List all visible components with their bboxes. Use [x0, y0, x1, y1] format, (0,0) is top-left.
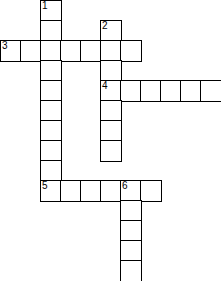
cell-r2c6[interactable] [121, 41, 141, 61]
cell-r4c2[interactable] [41, 81, 61, 101]
cell-r9c6[interactable]: 6 [121, 181, 141, 201]
crossword-page: 123456 [0, 0, 221, 281]
cell-r2c4[interactable] [81, 41, 101, 61]
cell-r4c6[interactable] [121, 81, 141, 101]
cell-r13c6[interactable] [121, 261, 141, 281]
cell-r0c2[interactable]: 1 [41, 1, 61, 21]
cell-r9c7[interactable] [141, 181, 161, 201]
cell-r4c8[interactable] [161, 81, 181, 101]
cell-r1c5[interactable]: 2 [101, 21, 121, 41]
cell-r2c2[interactable] [41, 41, 61, 61]
cell-r4c10[interactable] [201, 81, 221, 101]
cell-r6c5[interactable] [101, 121, 121, 141]
cell-r10c6[interactable] [121, 201, 141, 221]
cell-r2c3[interactable] [61, 41, 81, 61]
cell-r2c5[interactable] [101, 41, 121, 61]
crossword-grid: 123456 [0, 0, 221, 281]
cell-r11c6[interactable] [121, 221, 141, 241]
cell-r12c6[interactable] [121, 241, 141, 261]
cell-r1c2[interactable] [41, 21, 61, 41]
clue-number-3: 3 [2, 41, 8, 51]
cell-r4c7[interactable] [141, 81, 161, 101]
cell-r2c1[interactable] [21, 41, 41, 61]
cell-r7c5[interactable] [101, 141, 121, 161]
clue-number-4: 4 [102, 81, 108, 91]
cell-r9c3[interactable] [61, 181, 81, 201]
cell-r5c5[interactable] [101, 101, 121, 121]
clue-number-1: 1 [42, 1, 48, 11]
cell-r4c5[interactable]: 4 [101, 81, 121, 101]
cell-r5c2[interactable] [41, 101, 61, 121]
cell-r8c2[interactable] [41, 161, 61, 181]
cell-r3c2[interactable] [41, 61, 61, 81]
cell-r6c2[interactable] [41, 121, 61, 141]
cell-r4c9[interactable] [181, 81, 201, 101]
cell-r7c2[interactable] [41, 141, 61, 161]
clue-number-2: 2 [102, 21, 108, 31]
cell-r9c5[interactable] [101, 181, 121, 201]
cell-r2c0[interactable]: 3 [1, 41, 21, 61]
clue-number-5: 5 [42, 181, 48, 191]
clue-number-6: 6 [122, 181, 128, 191]
cell-r9c4[interactable] [81, 181, 101, 201]
cell-r9c2[interactable]: 5 [41, 181, 61, 201]
cell-r3c5[interactable] [101, 61, 121, 81]
